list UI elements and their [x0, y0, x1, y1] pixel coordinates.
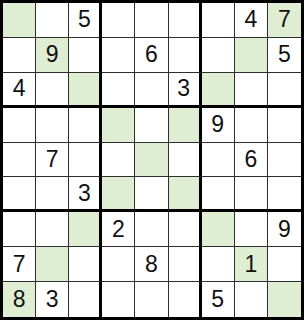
cell-r1c3[interactable]: 5 — [69, 3, 102, 38]
cell-r4c7[interactable]: 9 — [202, 108, 235, 143]
cell-r5c1[interactable] — [3, 143, 36, 178]
cell-r1c9[interactable]: 7 — [268, 3, 301, 38]
cell-r4c2[interactable] — [36, 108, 69, 143]
cell-r9c1[interactable]: 8 — [3, 282, 36, 317]
cell-r5c6[interactable] — [169, 143, 202, 178]
cell-r6c7[interactable] — [202, 177, 235, 212]
cell-r6c8[interactable] — [235, 177, 268, 212]
cell-r3c4[interactable] — [102, 73, 135, 108]
cell-r7c5[interactable] — [135, 212, 168, 247]
cell-r4c8[interactable] — [235, 108, 268, 143]
cell-r9c4[interactable] — [102, 282, 135, 317]
cell-r4c3[interactable] — [69, 108, 102, 143]
cell-r5c4[interactable] — [102, 143, 135, 178]
cell-r7c1[interactable] — [3, 212, 36, 247]
cell-r8c2[interactable] — [36, 247, 69, 282]
cell-r2c3[interactable] — [69, 38, 102, 73]
cell-r2c6[interactable] — [169, 38, 202, 73]
cell-r3c1[interactable]: 4 — [3, 73, 36, 108]
cell-r9c7[interactable]: 5 — [202, 282, 235, 317]
cell-r5c7[interactable] — [202, 143, 235, 178]
cell-r5c2[interactable]: 7 — [36, 143, 69, 178]
cell-r7c7[interactable] — [202, 212, 235, 247]
cell-r3c6[interactable]: 3 — [169, 73, 202, 108]
cell-r6c4[interactable] — [102, 177, 135, 212]
cell-r9c2[interactable]: 3 — [36, 282, 69, 317]
cell-r6c2[interactable] — [36, 177, 69, 212]
cell-r7c2[interactable] — [36, 212, 69, 247]
cell-r8c6[interactable] — [169, 247, 202, 282]
cell-r6c6[interactable] — [169, 177, 202, 212]
cell-r6c9[interactable] — [268, 177, 301, 212]
cell-r7c9[interactable]: 9 — [268, 212, 301, 247]
cell-r8c8[interactable]: 1 — [235, 247, 268, 282]
cell-r3c9[interactable] — [268, 73, 301, 108]
cell-r6c3[interactable]: 3 — [69, 177, 102, 212]
cell-r5c3[interactable] — [69, 143, 102, 178]
cell-r1c4[interactable] — [102, 3, 135, 38]
cell-r4c4[interactable] — [102, 108, 135, 143]
cell-r8c3[interactable] — [69, 247, 102, 282]
cell-r3c7[interactable] — [202, 73, 235, 108]
cell-r4c1[interactable] — [3, 108, 36, 143]
cell-r1c7[interactable] — [202, 3, 235, 38]
cell-r2c8[interactable] — [235, 38, 268, 73]
cell-r8c1[interactable]: 7 — [3, 247, 36, 282]
cell-r9c8[interactable] — [235, 282, 268, 317]
cell-r7c6[interactable] — [169, 212, 202, 247]
cell-r1c1[interactable] — [3, 3, 36, 38]
cell-r2c4[interactable] — [102, 38, 135, 73]
cell-r4c5[interactable] — [135, 108, 168, 143]
cell-r1c2[interactable] — [36, 3, 69, 38]
cell-r3c2[interactable] — [36, 73, 69, 108]
cell-r7c4[interactable]: 2 — [102, 212, 135, 247]
cell-r1c8[interactable]: 4 — [235, 3, 268, 38]
cell-r4c9[interactable] — [268, 108, 301, 143]
cell-r2c5[interactable]: 6 — [135, 38, 168, 73]
cell-r5c9[interactable] — [268, 143, 301, 178]
cell-r9c9[interactable] — [268, 282, 301, 317]
cell-r6c1[interactable] — [3, 177, 36, 212]
cell-r4c6[interactable] — [169, 108, 202, 143]
cell-r1c5[interactable] — [135, 3, 168, 38]
cell-r2c7[interactable] — [202, 38, 235, 73]
cell-r3c8[interactable] — [235, 73, 268, 108]
cell-r3c3[interactable] — [69, 73, 102, 108]
cell-r7c3[interactable] — [69, 212, 102, 247]
cell-r5c5[interactable] — [135, 143, 168, 178]
cell-r2c1[interactable] — [3, 38, 36, 73]
cell-r2c9[interactable]: 5 — [268, 38, 301, 73]
cell-r9c3[interactable] — [69, 282, 102, 317]
cell-r8c7[interactable] — [202, 247, 235, 282]
cell-r6c5[interactable] — [135, 177, 168, 212]
cell-r3c5[interactable] — [135, 73, 168, 108]
cell-r8c5[interactable]: 8 — [135, 247, 168, 282]
cell-r2c2[interactable]: 9 — [36, 38, 69, 73]
cell-r9c6[interactable] — [169, 282, 202, 317]
cell-r7c8[interactable] — [235, 212, 268, 247]
cell-r9c5[interactable] — [135, 282, 168, 317]
cell-r8c4[interactable] — [102, 247, 135, 282]
cell-r8c9[interactable] — [268, 247, 301, 282]
cell-r5c8[interactable]: 6 — [235, 143, 268, 178]
cell-r1c6[interactable] — [169, 3, 202, 38]
sudoku-board: 54796543976329781835 — [0, 0, 304, 320]
